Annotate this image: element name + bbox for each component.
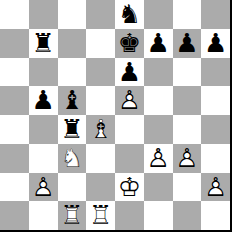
- square-h5[interactable]: [201, 86, 230, 115]
- knight-icon: ♘: [58, 144, 87, 173]
- chess-diagram: ♞♜♚♟♟♟♟♟♝♟♙♜♝♗♞♘♟♙♟♙♟♙♚♔♟♙♜♖♜♖: [0, 0, 234, 234]
- square-c8[interactable]: [58, 0, 87, 29]
- rook-icon: ♜: [58, 115, 87, 144]
- square-e4[interactable]: [115, 115, 144, 144]
- piece-black-pawn: ♟: [173, 29, 202, 58]
- square-c3[interactable]: ♞♘: [58, 144, 87, 173]
- pawn-icon: ♟: [29, 86, 58, 115]
- square-b1[interactable]: [29, 201, 58, 230]
- square-e3[interactable]: [115, 144, 144, 173]
- square-g6[interactable]: [173, 58, 202, 87]
- square-g5[interactable]: [173, 86, 202, 115]
- square-d6[interactable]: [86, 58, 115, 87]
- pawn-icon: ♟: [115, 58, 144, 87]
- pawn-icon: ♟: [173, 29, 202, 58]
- square-a2[interactable]: [0, 173, 29, 202]
- piece-black-pawn: ♟: [29, 86, 58, 115]
- rook-icon: ♖: [86, 201, 115, 230]
- piece-black-knight: ♞: [115, 0, 144, 29]
- square-d4[interactable]: ♝♗: [86, 115, 115, 144]
- square-f1[interactable]: [144, 201, 173, 230]
- pawn-icon: ♟: [201, 29, 230, 58]
- piece-white-pawn: ♟♙: [173, 144, 202, 173]
- square-a5[interactable]: [0, 86, 29, 115]
- square-h7[interactable]: ♟: [201, 29, 230, 58]
- square-f5[interactable]: [144, 86, 173, 115]
- square-d8[interactable]: [86, 0, 115, 29]
- square-h6[interactable]: [201, 58, 230, 87]
- king-icon: ♔: [115, 173, 144, 202]
- square-g1[interactable]: [173, 201, 202, 230]
- square-f3[interactable]: ♟♙: [144, 144, 173, 173]
- square-c1[interactable]: ♜♖: [58, 201, 87, 230]
- piece-black-king: ♚: [115, 29, 144, 58]
- square-f8[interactable]: [144, 0, 173, 29]
- piece-white-rook: ♜♖: [58, 201, 87, 230]
- pawn-icon: ♙: [115, 86, 144, 115]
- square-g2[interactable]: [173, 173, 202, 202]
- square-c7[interactable]: [58, 29, 87, 58]
- square-e1[interactable]: [115, 201, 144, 230]
- square-d7[interactable]: [86, 29, 115, 58]
- square-b6[interactable]: [29, 58, 58, 87]
- king-icon: ♚: [115, 29, 144, 58]
- square-g7[interactable]: ♟: [173, 29, 202, 58]
- square-e8[interactable]: ♞: [115, 0, 144, 29]
- bishop-icon: ♗: [86, 115, 115, 144]
- square-h2[interactable]: ♟♙: [201, 173, 230, 202]
- piece-white-knight: ♞♘: [58, 144, 87, 173]
- piece-black-bishop: ♝: [58, 86, 87, 115]
- square-f6[interactable]: [144, 58, 173, 87]
- piece-white-rook: ♜♖: [86, 201, 115, 230]
- piece-white-pawn: ♟♙: [144, 144, 173, 173]
- square-d3[interactable]: [86, 144, 115, 173]
- square-e2[interactable]: ♚♔: [115, 173, 144, 202]
- square-h8[interactable]: [201, 0, 230, 29]
- square-h3[interactable]: [201, 144, 230, 173]
- piece-black-rook: ♜: [58, 115, 87, 144]
- square-e6[interactable]: ♟: [115, 58, 144, 87]
- chess-board: ♞♜♚♟♟♟♟♟♝♟♙♜♝♗♞♘♟♙♟♙♟♙♚♔♟♙♜♖♜♖: [0, 0, 232, 232]
- square-a3[interactable]: [0, 144, 29, 173]
- square-a8[interactable]: [0, 0, 29, 29]
- pawn-icon: ♙: [173, 144, 202, 173]
- square-c5[interactable]: ♝: [58, 86, 87, 115]
- square-c2[interactable]: [58, 173, 87, 202]
- square-d5[interactable]: [86, 86, 115, 115]
- square-a4[interactable]: [0, 115, 29, 144]
- piece-black-pawn: ♟: [115, 58, 144, 87]
- pawn-icon: ♙: [144, 144, 173, 173]
- square-f7[interactable]: ♟: [144, 29, 173, 58]
- square-e7[interactable]: ♚: [115, 29, 144, 58]
- square-d1[interactable]: ♜♖: [86, 201, 115, 230]
- square-b4[interactable]: [29, 115, 58, 144]
- piece-white-king: ♚♔: [115, 173, 144, 202]
- square-b7[interactable]: ♜: [29, 29, 58, 58]
- square-a1[interactable]: [0, 201, 29, 230]
- knight-icon: ♞: [115, 0, 144, 29]
- piece-white-pawn: ♟♙: [29, 173, 58, 202]
- square-g8[interactable]: [173, 0, 202, 29]
- pawn-icon: ♟: [144, 29, 173, 58]
- square-a7[interactable]: [0, 29, 29, 58]
- piece-white-bishop: ♝♗: [86, 115, 115, 144]
- square-e5[interactable]: ♟♙: [115, 86, 144, 115]
- square-c6[interactable]: [58, 58, 87, 87]
- pawn-icon: ♙: [29, 173, 58, 202]
- piece-white-pawn: ♟♙: [201, 173, 230, 202]
- square-a6[interactable]: [0, 58, 29, 87]
- rook-icon: ♖: [58, 201, 87, 230]
- square-c4[interactable]: ♜: [58, 115, 87, 144]
- pawn-icon: ♙: [201, 173, 230, 202]
- square-h4[interactable]: [201, 115, 230, 144]
- square-g3[interactable]: ♟♙: [173, 144, 202, 173]
- square-b2[interactable]: ♟♙: [29, 173, 58, 202]
- square-h1[interactable]: [201, 201, 230, 230]
- square-f4[interactable]: [144, 115, 173, 144]
- piece-black-rook: ♜: [29, 29, 58, 58]
- rook-icon: ♜: [29, 29, 58, 58]
- square-b3[interactable]: [29, 144, 58, 173]
- square-g4[interactable]: [173, 115, 202, 144]
- square-d2[interactable]: [86, 173, 115, 202]
- square-b8[interactable]: [29, 0, 58, 29]
- bishop-icon: ♝: [58, 86, 87, 115]
- piece-black-pawn: ♟: [201, 29, 230, 58]
- square-b5[interactable]: ♟: [29, 86, 58, 115]
- square-f2[interactable]: [144, 173, 173, 202]
- piece-white-pawn: ♟♙: [115, 86, 144, 115]
- piece-black-pawn: ♟: [144, 29, 173, 58]
